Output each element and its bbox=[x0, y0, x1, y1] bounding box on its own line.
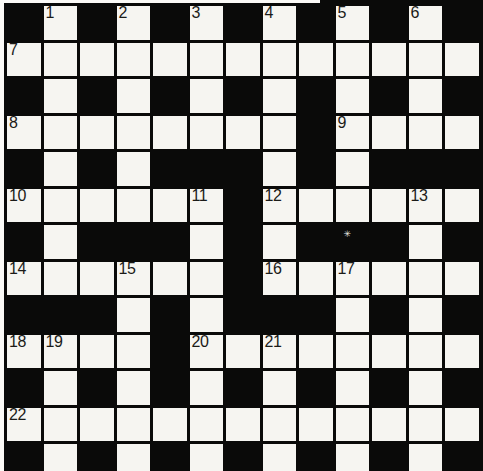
letter-cell-r13c12[interactable] bbox=[409, 444, 443, 471]
letter-cell-r5c2[interactable] bbox=[44, 152, 78, 186]
clue-number-15: 15 bbox=[119, 260, 136, 278]
letter-cell-r10c2[interactable]: 19 bbox=[44, 335, 78, 369]
letter-cell-r12c9[interactable] bbox=[299, 408, 333, 442]
letter-cell-r7c8[interactable] bbox=[263, 225, 297, 259]
blocked-cell-r8c7 bbox=[226, 262, 260, 296]
clue-number-21: 21 bbox=[265, 333, 282, 351]
blocked-cell-r3c5 bbox=[153, 79, 187, 113]
blocked-cell-r7c4 bbox=[117, 225, 151, 259]
blocked-cell-r5c11 bbox=[372, 152, 406, 186]
clue-number-22: 22 bbox=[9, 406, 26, 424]
clue-number-17: 17 bbox=[338, 260, 355, 278]
letter-cell-r12c8[interactable] bbox=[263, 408, 297, 442]
letter-cell-r12c6[interactable] bbox=[190, 408, 224, 442]
clue-number-11: 11 bbox=[192, 187, 208, 205]
blocked-cell-r7c13 bbox=[445, 225, 479, 259]
blocked-cell-r1c5 bbox=[153, 6, 187, 40]
letter-cell-r9c6[interactable] bbox=[190, 298, 224, 332]
clue-number-8: 8 bbox=[9, 114, 17, 132]
blocked-cell-r9c1 bbox=[7, 298, 41, 332]
letter-cell-r4c6[interactable] bbox=[190, 116, 224, 150]
letter-cell-r10c9[interactable] bbox=[299, 335, 333, 369]
letter-cell-r4c1[interactable]: 8 bbox=[7, 116, 41, 150]
letter-cell-r2c1[interactable]: 7 bbox=[7, 43, 41, 77]
letter-cell-r6c3[interactable] bbox=[80, 189, 114, 223]
clue-number-3: 3 bbox=[192, 4, 200, 22]
letter-cell-r1c12[interactable]: 6 bbox=[409, 6, 443, 40]
blocked-cell-r7c10: ✳ bbox=[336, 225, 370, 259]
blocked-cell-r6c7 bbox=[226, 189, 260, 223]
blocked-cell-r9c7 bbox=[226, 298, 260, 332]
letter-cell-r4c13[interactable] bbox=[445, 116, 479, 150]
letter-cell-r9c4[interactable] bbox=[117, 298, 151, 332]
clue-number-13: 13 bbox=[411, 187, 428, 205]
blocked-cell-r5c1 bbox=[7, 152, 41, 186]
blocked-cell-r1c11 bbox=[372, 6, 406, 40]
clue-number-14: 14 bbox=[9, 260, 26, 278]
blocked-cell-r10c5 bbox=[153, 335, 187, 369]
clue-number-9: 9 bbox=[338, 114, 346, 132]
letter-cell-r5c10[interactable] bbox=[336, 152, 370, 186]
blocked-cell-r7c11 bbox=[372, 225, 406, 259]
letter-cell-r1c6[interactable]: 3 bbox=[190, 6, 224, 40]
blocked-cell-r13c13 bbox=[445, 444, 479, 471]
blocked-cell-r7c3 bbox=[80, 225, 114, 259]
letter-cell-r10c11[interactable] bbox=[372, 335, 406, 369]
blocked-cell-r11c11 bbox=[372, 371, 406, 405]
letter-cell-r6c2[interactable] bbox=[44, 189, 78, 223]
blocked-cell-r11c1 bbox=[7, 371, 41, 405]
blocked-cell-r5c5 bbox=[153, 152, 187, 186]
blocked-cell-r13c5 bbox=[153, 444, 187, 471]
letter-cell-r2c12[interactable] bbox=[409, 43, 443, 77]
clue-number-7: 7 bbox=[9, 41, 17, 59]
letter-cell-r12c1[interactable]: 22 bbox=[7, 408, 41, 442]
letter-cell-r2c6[interactable] bbox=[190, 43, 224, 77]
blocked-cell-r1c3 bbox=[80, 6, 114, 40]
letter-cell-r8c5[interactable] bbox=[153, 262, 187, 296]
letter-cell-r10c10[interactable] bbox=[336, 335, 370, 369]
letter-cell-r13c2[interactable] bbox=[44, 444, 78, 471]
letter-cell-r3c4[interactable] bbox=[117, 79, 151, 113]
blocked-cell-r5c13 bbox=[445, 152, 479, 186]
blocked-cell-r7c9 bbox=[299, 225, 333, 259]
letter-cell-r3c6[interactable] bbox=[190, 79, 224, 113]
letter-cell-r6c5[interactable] bbox=[153, 189, 187, 223]
blocked-cell-r3c13 bbox=[445, 79, 479, 113]
letter-cell-r2c4[interactable] bbox=[117, 43, 151, 77]
blocked-cell-r3c1 bbox=[7, 79, 41, 113]
letter-cell-r9c12[interactable] bbox=[409, 298, 443, 332]
letter-cell-r4c8[interactable] bbox=[263, 116, 297, 150]
blocked-cell-r5c9 bbox=[299, 152, 333, 186]
letter-cell-r6c13[interactable] bbox=[445, 189, 479, 223]
letter-cell-r8c3[interactable] bbox=[80, 262, 114, 296]
letter-cell-r1c8[interactable]: 4 bbox=[263, 6, 297, 40]
letter-cell-r5c8[interactable] bbox=[263, 152, 297, 186]
letter-cell-r4c10[interactable]: 9 bbox=[336, 116, 370, 150]
letter-cell-r6c4[interactable] bbox=[117, 189, 151, 223]
blocked-cell-r5c12 bbox=[409, 152, 443, 186]
blocked-cell-r3c9 bbox=[299, 79, 333, 113]
letter-cell-r3c10[interactable] bbox=[336, 79, 370, 113]
blocked-cell-r9c13 bbox=[445, 298, 479, 332]
blocked-cell-r7c7 bbox=[226, 225, 260, 259]
blocked-cell-r5c3 bbox=[80, 152, 114, 186]
letter-cell-r6c12[interactable]: 13 bbox=[409, 189, 443, 223]
letter-cell-r1c4[interactable]: 2 bbox=[117, 6, 151, 40]
blocked-cell-r3c3 bbox=[80, 79, 114, 113]
letter-cell-r2c11[interactable] bbox=[372, 43, 406, 77]
letter-cell-r1c2[interactable]: 1 bbox=[44, 6, 78, 40]
letter-cell-r12c12[interactable] bbox=[409, 408, 443, 442]
clue-number-18: 18 bbox=[9, 333, 26, 351]
clue-number-5: 5 bbox=[338, 4, 346, 22]
letter-cell-r7c12[interactable] bbox=[409, 225, 443, 259]
letter-cell-r4c7[interactable] bbox=[226, 116, 260, 150]
blocked-cell-r13c11 bbox=[372, 444, 406, 471]
letter-cell-r3c8[interactable] bbox=[263, 79, 297, 113]
letter-cell-r10c4[interactable] bbox=[117, 335, 151, 369]
letter-cell-r3c12[interactable] bbox=[409, 79, 443, 113]
letter-cell-r11c8[interactable] bbox=[263, 371, 297, 405]
letter-cell-r13c10[interactable] bbox=[336, 444, 370, 471]
letter-cell-r2c9[interactable] bbox=[299, 43, 333, 77]
blocked-cell-r9c3 bbox=[80, 298, 114, 332]
letter-cell-r4c3[interactable] bbox=[80, 116, 114, 150]
clue-number-2: 2 bbox=[119, 4, 127, 22]
letter-cell-r4c12[interactable] bbox=[409, 116, 443, 150]
blocked-cell-r9c11 bbox=[372, 298, 406, 332]
letter-cell-r2c2[interactable] bbox=[44, 43, 78, 77]
letter-cell-r8c13[interactable] bbox=[445, 262, 479, 296]
blocked-cell-r13c9 bbox=[299, 444, 333, 471]
letter-cell-r12c7[interactable] bbox=[226, 408, 260, 442]
letter-cell-r6c11[interactable] bbox=[372, 189, 406, 223]
blocked-cell-r9c9 bbox=[299, 298, 333, 332]
letter-cell-r13c6[interactable] bbox=[190, 444, 224, 471]
blocked-cell-r11c3 bbox=[80, 371, 114, 405]
letter-cell-r12c5[interactable] bbox=[153, 408, 187, 442]
letter-cell-r2c7[interactable] bbox=[226, 43, 260, 77]
blocked-cell-r5c7 bbox=[226, 152, 260, 186]
letter-cell-r10c8[interactable]: 21 bbox=[263, 335, 297, 369]
letter-cell-r10c13[interactable] bbox=[445, 335, 479, 369]
letter-cell-r5c4[interactable] bbox=[117, 152, 151, 186]
letter-cell-r12c10[interactable] bbox=[336, 408, 370, 442]
letter-cell-r8c8[interactable]: 16 bbox=[263, 262, 297, 296]
letter-cell-r12c2[interactable] bbox=[44, 408, 78, 442]
blocked-cell-r9c5 bbox=[153, 298, 187, 332]
letter-cell-r10c7[interactable] bbox=[226, 335, 260, 369]
letter-cell-r4c2[interactable] bbox=[44, 116, 78, 150]
letter-cell-r6c10[interactable] bbox=[336, 189, 370, 223]
letter-cell-r11c4[interactable] bbox=[117, 371, 151, 405]
letter-cell-r2c13[interactable] bbox=[445, 43, 479, 77]
letter-cell-r12c3[interactable] bbox=[80, 408, 114, 442]
letter-cell-r4c5[interactable] bbox=[153, 116, 187, 150]
blocked-cell-r1c13 bbox=[445, 6, 479, 40]
blocked-cell-r13c3 bbox=[80, 444, 114, 471]
letter-cell-r11c10[interactable] bbox=[336, 371, 370, 405]
scan-artifact: ✳ bbox=[344, 230, 352, 239]
letter-cell-r11c12[interactable] bbox=[409, 371, 443, 405]
clue-number-6: 6 bbox=[411, 4, 419, 22]
letter-cell-r8c12[interactable] bbox=[409, 262, 443, 296]
blocked-cell-r5c6 bbox=[190, 152, 224, 186]
letter-cell-r4c4[interactable] bbox=[117, 116, 151, 150]
letter-cell-r13c8[interactable] bbox=[263, 444, 297, 471]
letter-cell-r11c2[interactable] bbox=[44, 371, 78, 405]
blocked-cell-r11c13 bbox=[445, 371, 479, 405]
blocked-cell-r3c7 bbox=[226, 79, 260, 113]
letter-cell-r1c10[interactable]: 5 bbox=[336, 6, 370, 40]
letter-cell-r2c5[interactable] bbox=[153, 43, 187, 77]
clue-number-12: 12 bbox=[265, 187, 282, 205]
letter-cell-r6c9[interactable] bbox=[299, 189, 333, 223]
clue-number-1: 1 bbox=[46, 4, 54, 22]
letter-cell-r12c4[interactable] bbox=[117, 408, 151, 442]
blocked-cell-r1c7 bbox=[226, 6, 260, 40]
letter-cell-r12c13[interactable] bbox=[445, 408, 479, 442]
letter-cell-r8c4[interactable]: 15 bbox=[117, 262, 151, 296]
letter-cell-r7c6[interactable] bbox=[190, 225, 224, 259]
letter-cell-r10c6[interactable]: 20 bbox=[190, 335, 224, 369]
letter-cell-r11c6[interactable] bbox=[190, 371, 224, 405]
letter-cell-r8c6[interactable] bbox=[190, 262, 224, 296]
clue-number-16: 16 bbox=[265, 260, 282, 278]
blocked-cell-r13c7 bbox=[226, 444, 260, 471]
letter-cell-r2c8[interactable] bbox=[263, 43, 297, 77]
letter-cell-r8c2[interactable] bbox=[44, 262, 78, 296]
clue-number-19: 19 bbox=[46, 333, 63, 351]
letter-cell-r8c10[interactable]: 17 bbox=[336, 262, 370, 296]
blocked-cell-r9c2 bbox=[44, 298, 78, 332]
letter-cell-r6c8[interactable]: 12 bbox=[263, 189, 297, 223]
letter-cell-r6c1[interactable]: 10 bbox=[7, 189, 41, 223]
blocked-cell-r4c9 bbox=[299, 116, 333, 150]
blocked-cell-r1c9 bbox=[299, 6, 333, 40]
letter-cell-r3c2[interactable] bbox=[44, 79, 78, 113]
letter-cell-r8c1[interactable]: 14 bbox=[7, 262, 41, 296]
letter-cell-r9c10[interactable] bbox=[336, 298, 370, 332]
letter-cell-r4c11[interactable] bbox=[372, 116, 406, 150]
letter-cell-r6c6[interactable]: 11 bbox=[190, 189, 224, 223]
letter-cell-r12c11[interactable] bbox=[372, 408, 406, 442]
blocked-cell-r11c7 bbox=[226, 371, 260, 405]
clue-number-10: 10 bbox=[9, 187, 26, 205]
letter-cell-r2c3[interactable] bbox=[80, 43, 114, 77]
letter-cell-r2c10[interactable] bbox=[336, 43, 370, 77]
blocked-cell-r1c1 bbox=[7, 6, 41, 40]
blocked-cell-r3c11 bbox=[372, 79, 406, 113]
blocked-cell-r7c5 bbox=[153, 225, 187, 259]
clue-number-4: 4 bbox=[265, 4, 273, 22]
letter-cell-r8c9[interactable] bbox=[299, 262, 333, 296]
blocked-cell-r11c5 bbox=[153, 371, 187, 405]
blocked-cell-r11c9 bbox=[299, 371, 333, 405]
blocked-cell-r7c1 bbox=[7, 225, 41, 259]
letter-cell-r8c11[interactable] bbox=[372, 262, 406, 296]
letter-cell-r10c1[interactable]: 18 bbox=[7, 335, 41, 369]
letter-cell-r10c12[interactable] bbox=[409, 335, 443, 369]
letter-cell-r10c3[interactable] bbox=[80, 335, 114, 369]
blocked-cell-r9c8 bbox=[263, 298, 297, 332]
letter-cell-r7c2[interactable] bbox=[44, 225, 78, 259]
letter-cell-r13c4[interactable] bbox=[117, 444, 151, 471]
blocked-cell-r13c1 bbox=[7, 444, 41, 471]
clue-number-20: 20 bbox=[192, 333, 209, 351]
crossword-grid: 12345678910111213✳141516171819202122 bbox=[4, 3, 482, 471]
